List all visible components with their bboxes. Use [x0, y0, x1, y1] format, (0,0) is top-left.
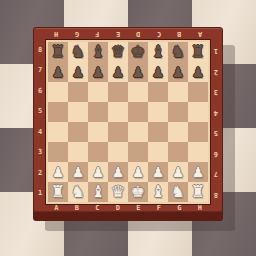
square-h4[interactable]	[188, 122, 208, 142]
square-e8[interactable]: ♚	[128, 42, 148, 62]
square-b7[interactable]: ♟	[68, 62, 88, 82]
square-c3[interactable]	[88, 142, 108, 162]
square-f2[interactable]: ♟	[148, 162, 168, 182]
white-knight[interactable]: ♞	[171, 182, 185, 202]
square-h8[interactable]: ♜	[188, 42, 208, 62]
square-g5[interactable]	[168, 102, 188, 122]
square-g3[interactable]	[168, 142, 188, 162]
rank-label-right-6: 6	[210, 143, 222, 164]
white-pawn[interactable]: ♟	[132, 162, 145, 182]
file-label-bottom-a: A	[46, 204, 67, 212]
square-c4[interactable]	[88, 122, 108, 142]
square-h7[interactable]: ♟	[188, 62, 208, 82]
square-b1[interactable]: ♞	[68, 182, 88, 202]
square-g2[interactable]: ♟	[168, 162, 188, 182]
white-pawn[interactable]: ♟	[72, 162, 85, 182]
square-g7[interactable]: ♟	[168, 62, 188, 82]
square-g1[interactable]: ♞	[168, 182, 188, 202]
white-bishop[interactable]: ♝	[91, 182, 105, 202]
square-a7[interactable]: ♟	[48, 62, 68, 82]
black-pawn[interactable]: ♟	[192, 62, 205, 82]
square-f1[interactable]: ♝	[148, 182, 168, 202]
black-pawn[interactable]: ♟	[172, 62, 185, 82]
white-pawn[interactable]: ♟	[172, 162, 185, 182]
rank-label-right-1: 1	[210, 40, 222, 61]
black-knight[interactable]: ♞	[171, 42, 185, 62]
square-c8[interactable]: ♝	[88, 42, 108, 62]
square-b2[interactable]: ♟	[68, 162, 88, 182]
black-pawn[interactable]: ♟	[72, 62, 85, 82]
square-c2[interactable]: ♟	[88, 162, 108, 182]
square-b6[interactable]	[68, 82, 88, 102]
black-rook[interactable]: ♜	[51, 42, 65, 62]
file-label-bottom-d: D	[108, 204, 129, 212]
white-pawn[interactable]: ♟	[92, 162, 105, 182]
rank-label-left-3: 3	[34, 143, 46, 164]
square-a4[interactable]	[48, 122, 68, 142]
black-king[interactable]: ♚	[131, 42, 145, 62]
black-pawn[interactable]: ♟	[52, 62, 65, 82]
square-e5[interactable]	[128, 102, 148, 122]
square-h6[interactable]	[188, 82, 208, 102]
square-f4[interactable]	[148, 122, 168, 142]
chess-board: HGFEDCBA 87654321 12345678 ABCDEFGH ♜♞♝♛…	[33, 27, 223, 213]
square-g8[interactable]: ♞	[168, 42, 188, 62]
square-h3[interactable]	[188, 142, 208, 162]
file-label-top-f: F	[87, 28, 108, 40]
square-h1[interactable]: ♜	[188, 182, 208, 202]
square-d4[interactable]	[108, 122, 128, 142]
file-label-top-h: H	[46, 28, 67, 40]
file-label-bottom-h: H	[190, 204, 211, 212]
rank-label-left-8: 8	[34, 40, 46, 61]
white-rook[interactable]: ♜	[191, 182, 205, 202]
white-pawn[interactable]: ♟	[112, 162, 125, 182]
coordinate-strip-right: 12345678	[210, 40, 222, 204]
square-a2[interactable]: ♟	[48, 162, 68, 182]
file-label-top-e: E	[108, 28, 129, 40]
square-a3[interactable]	[48, 142, 68, 162]
rank-label-right-5: 5	[210, 122, 222, 143]
square-c1[interactable]: ♝	[88, 182, 108, 202]
white-rook[interactable]: ♜	[51, 182, 65, 202]
rank-label-left-7: 7	[34, 61, 46, 82]
white-pawn[interactable]: ♟	[192, 162, 205, 182]
black-knight[interactable]: ♞	[71, 42, 85, 62]
rank-label-right-3: 3	[210, 81, 222, 102]
square-d7[interactable]: ♟	[108, 62, 128, 82]
square-g6[interactable]	[168, 82, 188, 102]
square-e2[interactable]: ♟	[128, 162, 148, 182]
file-label-top-a: A	[190, 28, 211, 40]
coordinate-strip-top: HGFEDCBA	[46, 28, 210, 40]
rank-label-right-7: 7	[210, 163, 222, 184]
playing-area: ♜♞♝♛♚♝♞♜♟♟♟♟♟♟♟♟♟♟♟♟♟♟♟♟♜♞♝♛♚♝♞♜	[46, 40, 210, 204]
rank-label-left-2: 2	[34, 163, 46, 184]
square-b8[interactable]: ♞	[68, 42, 88, 62]
square-d6[interactable]	[108, 82, 128, 102]
file-label-bottom-b: B	[67, 204, 88, 212]
file-label-bottom-e: E	[128, 204, 149, 212]
black-queen[interactable]: ♛	[111, 42, 125, 62]
square-e4[interactable]	[128, 122, 148, 142]
coordinate-strip-bottom: ABCDEFGH	[46, 204, 210, 212]
square-d1[interactable]: ♛	[108, 182, 128, 202]
square-a8[interactable]: ♜	[48, 42, 68, 62]
rank-label-right-4: 4	[210, 102, 222, 123]
square-h5[interactable]	[188, 102, 208, 122]
square-f6[interactable]	[148, 82, 168, 102]
square-d8[interactable]: ♛	[108, 42, 128, 62]
rank-label-right-8: 8	[210, 184, 222, 205]
white-pawn[interactable]: ♟	[52, 162, 65, 182]
file-label-top-g: G	[67, 28, 88, 40]
rank-label-left-6: 6	[34, 81, 46, 102]
black-rook[interactable]: ♜	[191, 42, 205, 62]
black-bishop[interactable]: ♝	[151, 42, 165, 62]
square-b3[interactable]	[68, 142, 88, 162]
white-knight[interactable]: ♞	[71, 182, 85, 202]
black-pawn[interactable]: ♟	[112, 62, 125, 82]
rank-label-left-1: 1	[34, 184, 46, 205]
white-bishop[interactable]: ♝	[151, 182, 165, 202]
square-e1[interactable]: ♚	[128, 182, 148, 202]
square-c6[interactable]	[88, 82, 108, 102]
file-label-bottom-g: G	[169, 204, 190, 212]
square-f7[interactable]: ♟	[148, 62, 168, 82]
file-label-bottom-f: F	[149, 204, 170, 212]
black-pawn[interactable]: ♟	[152, 62, 165, 82]
file-label-bottom-c: C	[87, 204, 108, 212]
square-f3[interactable]	[148, 142, 168, 162]
file-label-top-b: B	[169, 28, 190, 40]
rank-label-left-5: 5	[34, 102, 46, 123]
rank-label-right-2: 2	[210, 61, 222, 82]
square-e7[interactable]: ♟	[128, 62, 148, 82]
file-label-top-c: C	[149, 28, 170, 40]
white-queen[interactable]: ♛	[111, 182, 125, 202]
square-d3[interactable]	[108, 142, 128, 162]
white-king[interactable]: ♚	[131, 182, 145, 202]
file-label-top-d: D	[128, 28, 149, 40]
black-pawn[interactable]: ♟	[132, 62, 145, 82]
square-f8[interactable]: ♝	[148, 42, 168, 62]
white-pawn[interactable]: ♟	[152, 162, 165, 182]
square-a6[interactable]	[48, 82, 68, 102]
square-b4[interactable]	[68, 122, 88, 142]
square-d2[interactable]: ♟	[108, 162, 128, 182]
square-e6[interactable]	[128, 82, 148, 102]
square-g4[interactable]	[168, 122, 188, 142]
square-d5[interactable]	[108, 102, 128, 122]
black-pawn[interactable]: ♟	[92, 62, 105, 82]
square-a1[interactable]: ♜	[48, 182, 68, 202]
coordinate-strip-left: 87654321	[34, 40, 46, 204]
rank-label-left-4: 4	[34, 122, 46, 143]
square-c5[interactable]	[88, 102, 108, 122]
square-c7[interactable]: ♟	[88, 62, 108, 82]
square-h2[interactable]: ♟	[188, 162, 208, 182]
square-f5[interactable]	[148, 102, 168, 122]
square-b5[interactable]	[68, 102, 88, 122]
square-a5[interactable]	[48, 102, 68, 122]
black-bishop[interactable]: ♝	[91, 42, 105, 62]
square-e3[interactable]	[128, 142, 148, 162]
